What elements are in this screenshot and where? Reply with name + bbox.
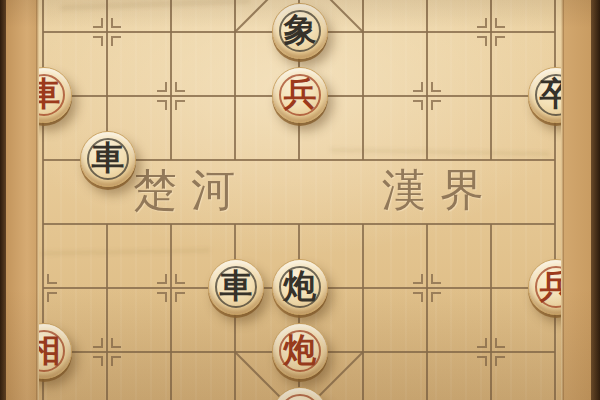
river-label-chu-he: 楚河: [133, 168, 249, 216]
board-left-seam: [36, 0, 39, 400]
piece-character: 象: [273, 3, 327, 57]
river-label-han-jie: 漢界: [382, 168, 498, 216]
black-elephant-piece[interactable]: 象: [272, 3, 328, 59]
black-cannon-piece[interactable]: 炮: [272, 259, 328, 315]
red-soldier-e-piece[interactable]: 兵: [272, 67, 328, 123]
piece-character: 炮: [273, 323, 327, 377]
black-chariot-d-piece[interactable]: 車: [208, 259, 264, 315]
piece-character: 炮: [273, 259, 327, 313]
board-right-edge: [591, 0, 600, 400]
red-cannon-piece[interactable]: 炮: [272, 323, 328, 379]
board-right-margin: [564, 0, 591, 400]
board-left-margin: [6, 0, 36, 400]
piece-character: 兵: [273, 67, 327, 121]
black-chariot-b-piece[interactable]: 車: [80, 131, 136, 187]
xiangqi-board[interactable]: 楚河 漢界 象車兵卒車車炮兵相炮: [0, 0, 600, 400]
piece-character: 車: [209, 259, 263, 313]
piece-character: [273, 387, 327, 400]
partial-piece-piece[interactable]: [272, 387, 328, 400]
piece-character: 車: [81, 131, 135, 185]
board-right-seam: [561, 0, 564, 400]
board-left-edge: [0, 0, 6, 400]
